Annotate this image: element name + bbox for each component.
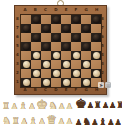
board-square bbox=[71, 33, 81, 42]
dark-checker-piece bbox=[83, 25, 90, 32]
file-labels-top: ABCDEFGH bbox=[20, 8, 102, 12]
board-square bbox=[31, 78, 41, 87]
board-square bbox=[31, 42, 41, 51]
board-square bbox=[51, 15, 61, 24]
light-checker-piece bbox=[33, 52, 40, 59]
board-square bbox=[21, 42, 31, 51]
board-square bbox=[21, 15, 31, 24]
board-square bbox=[41, 33, 51, 42]
file-label-d: D bbox=[54, 88, 57, 92]
rank-labels-right: 87654321 bbox=[100, 14, 105, 86]
board-square bbox=[61, 42, 71, 51]
light-checker-piece bbox=[43, 79, 50, 86]
rank-label-8: 8 bbox=[101, 17, 104, 21]
rank-label-7: 7 bbox=[16, 26, 19, 30]
board-square bbox=[41, 60, 51, 69]
file-label-c: C bbox=[44, 8, 47, 12]
file-label-g: G bbox=[85, 8, 88, 12]
light-checker-piece bbox=[43, 61, 50, 68]
rank-label-2: 2 bbox=[101, 71, 104, 75]
board-grid bbox=[20, 14, 102, 88]
board-square bbox=[51, 60, 61, 69]
light-chess-pieces-group: ♜♟♝♟♚♞♟♟ ♞♜♟♝♟♛♟♟ bbox=[2, 96, 73, 126]
board-square bbox=[81, 15, 91, 24]
board-square bbox=[81, 69, 91, 78]
dark-chess-king: ♚ bbox=[75, 97, 87, 110]
board-square bbox=[31, 15, 41, 24]
rank-label-4: 4 bbox=[101, 53, 104, 57]
dark-chess-pawn: ♟ bbox=[87, 102, 94, 110]
light-checker-piece bbox=[53, 52, 60, 59]
board-square bbox=[21, 24, 31, 33]
dark-chess-knight: ♞ bbox=[82, 117, 91, 127]
light-checker-piece bbox=[93, 70, 100, 77]
dark-checker-piece bbox=[73, 34, 80, 41]
light-checker-piece bbox=[23, 79, 30, 86]
dark-checker-piece bbox=[33, 16, 40, 23]
file-label-e: E bbox=[65, 88, 68, 92]
dark-chess-pawn: ♟ bbox=[75, 119, 82, 127]
board-square bbox=[71, 51, 81, 60]
rank-label-4: 4 bbox=[16, 53, 19, 57]
rank-label-3: 3 bbox=[101, 62, 104, 66]
light-chess-pawn: ♟ bbox=[21, 118, 28, 126]
light-chess-pawn: ♟ bbox=[58, 118, 65, 126]
board-square bbox=[61, 15, 71, 24]
dark-chess-pawn: ♟ bbox=[109, 102, 116, 110]
dark-checker-piece bbox=[83, 43, 90, 50]
board-square bbox=[51, 51, 61, 60]
light-pieces-row-bottom: ♞♜♟♝♟♛♟♟ bbox=[2, 111, 73, 126]
board-square bbox=[71, 24, 81, 33]
rank-label-6: 6 bbox=[101, 35, 104, 39]
dark-checker-piece bbox=[23, 43, 30, 50]
board-square bbox=[31, 69, 41, 78]
board-square bbox=[81, 78, 91, 87]
board-square bbox=[71, 42, 81, 51]
board-square bbox=[61, 60, 71, 69]
light-checker-piece bbox=[73, 52, 80, 59]
light-chess-pawn: ♟ bbox=[11, 103, 18, 111]
light-checker-piece bbox=[93, 52, 100, 59]
light-checker-piece bbox=[83, 79, 90, 86]
board-square bbox=[61, 78, 71, 87]
dark-chess-rook: ♜ bbox=[116, 101, 122, 110]
board-square bbox=[51, 78, 61, 87]
light-chess-bishop: ♝ bbox=[19, 101, 28, 111]
board-square bbox=[81, 51, 91, 60]
board-square bbox=[61, 69, 71, 78]
board-square bbox=[71, 78, 81, 87]
file-label-f: F bbox=[75, 8, 78, 12]
rank-label-1: 1 bbox=[16, 80, 19, 84]
board-square bbox=[51, 24, 61, 33]
light-chess-knight: ♞ bbox=[2, 116, 11, 126]
light-chess-king: ♚ bbox=[36, 98, 48, 111]
file-label-g: G bbox=[85, 88, 88, 92]
dark-checker-piece bbox=[23, 25, 30, 32]
dark-pieces-row-bottom: ♟♞♟♝♟♟♛♚ bbox=[75, 110, 122, 127]
light-chess-bishop: ♝ bbox=[29, 116, 38, 126]
dark-checker-piece bbox=[53, 16, 60, 23]
dark-pieces-row-top: ♚♟♜♟♟♜♟♜ bbox=[75, 93, 122, 110]
light-chess-pawn: ♟ bbox=[58, 103, 65, 111]
light-chess-knight: ♞ bbox=[48, 101, 57, 111]
dark-chess-pieces-group: ♚♟♜♟♟♜♟♜ ♟♞♟♝♟♟♛♚ bbox=[75, 93, 122, 127]
dark-checker-piece bbox=[93, 34, 100, 41]
file-label-f: F bbox=[75, 88, 78, 92]
light-checker-piece bbox=[63, 61, 70, 68]
board-square bbox=[31, 51, 41, 60]
dark-checker-piece bbox=[43, 25, 50, 32]
board-square bbox=[81, 33, 91, 42]
board-square bbox=[31, 60, 41, 69]
board-square bbox=[41, 78, 51, 87]
light-chess-pawn: ♟ bbox=[66, 118, 73, 126]
board-square bbox=[21, 69, 31, 78]
file-label-h: H bbox=[95, 88, 98, 92]
board-square bbox=[31, 33, 41, 42]
board-square bbox=[81, 24, 91, 33]
board-square bbox=[31, 24, 41, 33]
light-chess-pawn: ♟ bbox=[38, 118, 45, 126]
dark-chess-bishop: ♝ bbox=[98, 117, 107, 127]
board-square bbox=[41, 69, 51, 78]
light-checker-piece bbox=[73, 70, 80, 77]
light-chess-queen: ♛ bbox=[46, 114, 57, 126]
dark-checker-piece bbox=[73, 16, 80, 23]
overlay-badge-icon[interactable]: ▦ bbox=[105, 82, 111, 88]
board-square bbox=[51, 42, 61, 51]
dark-chess-pawn: ♟ bbox=[107, 119, 114, 127]
board-square bbox=[61, 24, 71, 33]
rank-label-7: 7 bbox=[101, 26, 104, 30]
board-square bbox=[21, 78, 31, 87]
dark-chess-pawn: ♟ bbox=[102, 102, 109, 110]
board-square bbox=[41, 51, 51, 60]
board-square bbox=[21, 33, 31, 42]
file-label-a: A bbox=[24, 88, 27, 92]
chess-checkers-board: ABCDEFGH 87654321 87654321 ABCDEFGH bbox=[14, 5, 107, 95]
file-labels-bottom: ABCDEFGH bbox=[20, 88, 102, 92]
light-chess-pawn: ♟ bbox=[66, 103, 73, 111]
light-checker-piece bbox=[63, 79, 70, 86]
board-square bbox=[41, 24, 51, 33]
dark-checker-piece bbox=[33, 34, 40, 41]
board-square bbox=[41, 15, 51, 24]
board-square bbox=[81, 60, 91, 69]
board-square bbox=[21, 51, 31, 60]
board-square bbox=[21, 60, 31, 69]
light-checker-piece bbox=[53, 70, 60, 77]
light-checker-piece bbox=[33, 70, 40, 77]
overlay-arrow-icon[interactable]: ➤ bbox=[98, 82, 104, 88]
file-label-d: D bbox=[54, 8, 57, 12]
product-photo: ABCDEFGH 87654321 87654321 ABCDEFGH ➤ ▦ … bbox=[0, 0, 122, 128]
dark-checker-piece bbox=[43, 43, 50, 50]
rank-label-2: 2 bbox=[16, 71, 19, 75]
rank-label-8: 8 bbox=[16, 17, 19, 21]
board-square bbox=[71, 69, 81, 78]
file-label-e: E bbox=[65, 8, 68, 12]
light-chess-pawn: ♟ bbox=[28, 103, 35, 111]
dark-checker-piece bbox=[53, 34, 60, 41]
light-chess-rook: ♜ bbox=[2, 102, 10, 111]
dark-chess-rook: ♜ bbox=[94, 101, 102, 110]
rank-label-5: 5 bbox=[101, 44, 104, 48]
file-label-h: H bbox=[95, 8, 98, 12]
board-square bbox=[71, 15, 81, 24]
rank-label-5: 5 bbox=[16, 44, 19, 48]
light-checker-piece bbox=[23, 61, 30, 68]
board-square bbox=[51, 33, 61, 42]
board-square bbox=[41, 42, 51, 51]
board-square bbox=[71, 60, 81, 69]
dark-checker-piece bbox=[63, 25, 70, 32]
dark-chess-pawn: ♟ bbox=[114, 119, 121, 127]
rank-label-3: 3 bbox=[16, 62, 19, 66]
dark-chess-pawn: ♟ bbox=[91, 119, 98, 127]
file-label-b: B bbox=[34, 88, 37, 92]
light-chess-rook: ♜ bbox=[12, 117, 20, 126]
board-square bbox=[51, 69, 61, 78]
dark-checker-piece bbox=[93, 16, 100, 23]
photo-overlay-icons: ➤ ▦ bbox=[98, 82, 111, 88]
file-label-a: A bbox=[24, 8, 27, 12]
file-label-b: B bbox=[34, 8, 37, 12]
board-square bbox=[61, 51, 71, 60]
board-square bbox=[81, 42, 91, 51]
file-label-c: C bbox=[44, 88, 47, 92]
board-square bbox=[61, 33, 71, 42]
dark-checker-piece bbox=[63, 43, 70, 50]
light-pieces-row-top: ♜♟♝♟♚♞♟♟ bbox=[2, 96, 73, 111]
light-checker-piece bbox=[83, 61, 90, 68]
rank-label-6: 6 bbox=[16, 35, 19, 39]
